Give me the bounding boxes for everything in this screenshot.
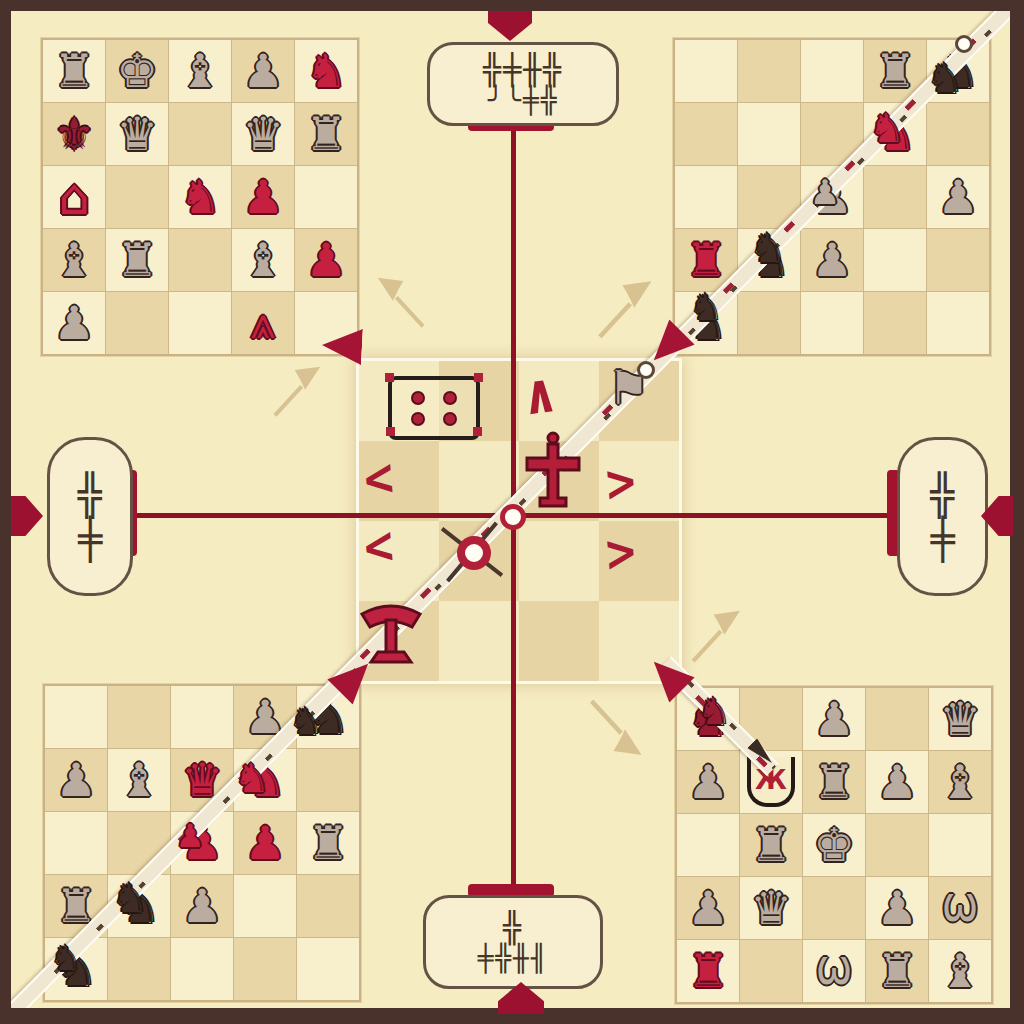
board-cell[interactable] [927, 103, 989, 165]
red-chevron-left-mark: < [360, 451, 398, 505]
board-cell[interactable]: ♟ [295, 229, 357, 291]
piece-king-silver[interactable]: ♚ [813, 822, 854, 868]
piece-rook-red[interactable]: ♜ [687, 948, 728, 994]
board-cell[interactable]: ♝ [43, 229, 105, 291]
board-cell[interactable]: ♟ [927, 166, 989, 228]
piece-bishop-silver[interactable]: ♝ [53, 237, 94, 283]
board-cell[interactable] [234, 875, 296, 937]
board-cell[interactable] [866, 814, 928, 876]
piece-rook-silver[interactable]: ♜ [876, 948, 917, 994]
board-cell[interactable] [675, 103, 737, 165]
plaque-left-char2: ╪ [78, 519, 102, 559]
piece-bishop-silver[interactable]: ♝ [118, 757, 159, 803]
board-cell[interactable] [169, 229, 231, 291]
board-cell[interactable]: ♛ [232, 103, 294, 165]
sketch-arrow-icon [592, 272, 658, 346]
piece-pawn-red[interactable]: ♟ [244, 820, 285, 866]
board-cell[interactable] [108, 938, 170, 1000]
board-cell[interactable] [171, 938, 233, 1000]
piece-flower-emblem-red[interactable]: ⚜ [53, 111, 94, 157]
board-cell[interactable]: ♛ [740, 877, 802, 939]
red-chevron-left-mark: < [360, 519, 398, 573]
board-cell[interactable] [740, 940, 802, 1002]
board-cell[interactable] [108, 686, 170, 748]
board-cell[interactable]: ⚜ [43, 103, 105, 165]
board-cell[interactable]: ♟ [677, 751, 739, 813]
plaque-right-char2: ╪ [930, 519, 954, 559]
board-cell[interactable] [675, 166, 737, 228]
board-cell[interactable]: ♟ [866, 751, 928, 813]
board-cell[interactable]: ⩓ [232, 292, 294, 354]
board-cell[interactable]: Ѡ [803, 940, 865, 1002]
piece-pawn-silver[interactable]: ♟ [242, 48, 283, 94]
board-cell[interactable]: ♟ [232, 166, 294, 228]
board-cell[interactable] [864, 166, 926, 228]
board-cell[interactable] [738, 103, 800, 165]
red-cross-piece-icon [522, 430, 584, 510]
board-cell[interactable] [866, 688, 928, 750]
plaque-right-char1: ╬ [930, 475, 954, 515]
plaque-top: ╬╪╫╬ ╯╰╪╬ [427, 42, 619, 126]
sketch-arrow-icon [372, 270, 430, 334]
board-cell[interactable] [675, 40, 737, 102]
red-chevron-right-mark: > [602, 455, 640, 509]
board-cell[interactable]: ♜ [297, 812, 359, 874]
board-cell[interactable]: ⌂ [43, 166, 105, 228]
board-cell[interactable]: ♟ [171, 875, 233, 937]
plaque-bottom-line2: ╪╬╫╢ [478, 945, 549, 971]
center-cell[interactable] [439, 601, 519, 681]
piece-rook-silver[interactable]: ♜ [750, 822, 791, 868]
board-cell[interactable]: ♝ [108, 749, 170, 811]
board-top-left: ♜♚♝♟♞⚜♛♛♜⌂♞♟♝♜♝♟♟⩓ [41, 38, 359, 356]
center-cell[interactable] [519, 601, 599, 681]
piece-pawn-red[interactable]: ♟ [305, 237, 346, 283]
piece-pawn-silver[interactable]: ♟ [876, 759, 917, 805]
board-cell[interactable]: ♝ [169, 40, 231, 102]
piece-pawn-silver[interactable]: ♟ [811, 237, 852, 283]
piece-king-silver[interactable]: ♚ [116, 48, 157, 94]
sketch-arrow-icon [584, 692, 648, 764]
piece-bishop-silver[interactable]: ♝ [179, 48, 220, 94]
board-cell[interactable] [864, 229, 926, 291]
board-cell[interactable]: ♝ [929, 751, 991, 813]
piece-pawn-silver[interactable]: ♟ [813, 696, 854, 742]
plaque-bottom: ╬ ╪╬╫╢ [423, 895, 603, 989]
center-cell[interactable] [519, 521, 599, 601]
board-cell[interactable]: ♚ [106, 40, 168, 102]
piece-rook-silver[interactable]: ♜ [53, 48, 94, 94]
piece-pawn-silver[interactable]: ♟ [687, 759, 728, 805]
abacus-dots [411, 391, 425, 426]
board-cell[interactable] [171, 686, 233, 748]
piece-rook-silver[interactable]: ♜ [874, 48, 915, 94]
board-cell[interactable]: ♟ [801, 229, 863, 291]
sketch-arrow-icon [682, 606, 750, 666]
board-cell[interactable] [234, 938, 296, 1000]
board-cell[interactable]: ♜ [866, 940, 928, 1002]
board-cell[interactable]: ♝ [232, 229, 294, 291]
board-cell[interactable] [801, 40, 863, 102]
board-cell[interactable]: ♜ [295, 103, 357, 165]
board-cell[interactable]: ♜ [106, 229, 168, 291]
piece-knight-red[interactable]: ♞ [179, 174, 220, 220]
plaque-bottom-line1: ╬ [503, 913, 523, 943]
board-cell[interactable] [738, 292, 800, 354]
board-cell[interactable] [801, 292, 863, 354]
board-cell[interactable]: ♟ [232, 40, 294, 102]
edge-arrow-left-icon [11, 496, 43, 536]
board-cell[interactable] [169, 103, 231, 165]
board-cell[interactable] [297, 875, 359, 937]
board-cell[interactable]: ♝ [929, 940, 991, 1002]
piece-queen-silver[interactable]: ♛ [939, 696, 980, 742]
piece-rook-red[interactable]: ♜ [685, 237, 726, 283]
piece-bishop-silver[interactable]: ♝ [242, 237, 283, 283]
red-chevron-up-mark: ∧ [520, 364, 560, 423]
piece-pawn-silver[interactable]: ♟ [181, 883, 222, 929]
board-cell[interactable]: ♟ [866, 877, 928, 939]
piece-pawn-silver[interactable]: ♟ [937, 174, 978, 220]
piece-pawn-silver[interactable]: ♟ [687, 885, 728, 931]
piece-rook-silver[interactable]: ♜ [305, 111, 346, 157]
board-cell[interactable] [803, 877, 865, 939]
piece-knight-red[interactable]: ♞ [305, 48, 346, 94]
piece-queen-silver[interactable]: ♛ [750, 885, 791, 931]
piece-queen-silver[interactable]: ♛ [116, 111, 157, 157]
piece-rook-silver[interactable]: ♜ [813, 759, 854, 805]
board-cell[interactable] [297, 749, 359, 811]
board-cell[interactable] [169, 292, 231, 354]
board-bottom-right: ♞♟♛♟Ж♜♟♝♜♚♟♛♟Ѡ♜Ѡ♜♝ [675, 686, 993, 1004]
game-board: ♜♚♝♟♞⚜♛♛♜⌂♞♟♝♜♝♟♟⩓ ♜♞♞♟♟♜♞♟♞ ♟♞♟♝♛♞♟♟♜♜♞… [0, 0, 1024, 1024]
board-cell[interactable] [864, 292, 926, 354]
compass-bead-icon [446, 526, 498, 578]
board-cell[interactable]: ♛ [106, 103, 168, 165]
board-cell[interactable]: ♛ [929, 688, 991, 750]
edge-arrow-top-icon [488, 11, 532, 41]
red-chevron-right-mark: > [602, 525, 640, 579]
board-cell[interactable]: ♜ [803, 751, 865, 813]
board-cell[interactable]: ♜ [677, 940, 739, 1002]
board-cell[interactable]: ♜ [740, 814, 802, 876]
board-cell[interactable] [738, 40, 800, 102]
board-cell[interactable] [927, 229, 989, 291]
board-cell[interactable] [45, 686, 107, 748]
piece-pawn-red[interactable]: ♟ [242, 174, 283, 220]
board-cell[interactable]: ♞ [295, 40, 357, 102]
plaque-top-line1: ╬╪╫╬ [483, 55, 563, 85]
board-cell[interactable]: ♜ [43, 40, 105, 102]
board-cell[interactable] [45, 812, 107, 874]
board-cell[interactable] [929, 814, 991, 876]
plaque-left-char1: ╬ [78, 475, 102, 515]
board-cell[interactable] [106, 166, 168, 228]
board-cell[interactable]: ♟ [677, 877, 739, 939]
piece-rook-silver[interactable]: ♜ [307, 820, 348, 866]
board-cell[interactable]: ♟ [45, 749, 107, 811]
board-cell[interactable] [297, 938, 359, 1000]
board-cell[interactable]: ♟ [43, 292, 105, 354]
board-cell[interactable]: ♟ [234, 812, 296, 874]
piece-rook-silver[interactable]: ♜ [116, 237, 157, 283]
abacus-dots [443, 391, 457, 426]
plaque-left: ╬ ╪ [47, 437, 133, 596]
piece-pawn-silver[interactable]: ♟ [55, 757, 96, 803]
board-cell[interactable]: ♚ [803, 814, 865, 876]
piece-bishop-silver[interactable]: ♝ [939, 759, 980, 805]
board-cell[interactable] [927, 292, 989, 354]
sketch-arrow-icon [266, 362, 328, 420]
board-cell[interactable] [677, 814, 739, 876]
piece-grass-crest-silver[interactable]: Ѡ [816, 952, 851, 990]
piece-chevron-piece-red[interactable]: ⩓ [251, 301, 276, 345]
board-cell[interactable] [106, 292, 168, 354]
piece-pawn-silver[interactable]: ♟ [53, 300, 94, 346]
board-bottom-left: ♟♞♟♝♛♞♟♟♜♜♞♟♞ [43, 684, 361, 1002]
red-axe-piece-icon [356, 596, 426, 666]
plaque-top-line2: ╯╰╪╬ [488, 87, 559, 113]
center-intersection-ring-icon [500, 504, 526, 530]
board-cell[interactable]: ♟ [803, 688, 865, 750]
piece-grass-crest-silver[interactable]: Ѡ [942, 889, 977, 927]
board-cell[interactable]: ♞ [169, 166, 231, 228]
piece-queen-silver[interactable]: ♛ [242, 111, 283, 157]
piece-pawn-silver[interactable]: ♟ [876, 885, 917, 931]
piece-bishop-silver[interactable]: ♝ [939, 948, 980, 994]
plaque-right: ╬ ╪ [897, 437, 988, 596]
abacus-table-symbol [388, 376, 480, 440]
board-cell[interactable] [295, 166, 357, 228]
piece-house-emblem-red[interactable]: ⌂ [58, 172, 90, 222]
board-cell[interactable]: Ѡ [929, 877, 991, 939]
